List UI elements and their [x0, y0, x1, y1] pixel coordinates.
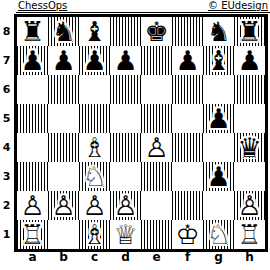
header: ChessOps © EUdesign — [16, 0, 270, 13]
square-c5[interactable] — [79, 104, 110, 133]
piece-glyph: ♟ — [172, 46, 203, 75]
square-f3[interactable] — [172, 162, 203, 191]
square-h1[interactable]: ♜♖ — [234, 220, 265, 249]
square-a4[interactable] — [17, 133, 48, 162]
black-pawn-f7[interactable]: ♟♟ — [172, 46, 203, 75]
chess-diagram: ChessOps © EUdesign ♜♜♞♞♝♝♚♚♞♞♜♜♟♟♟♟♟♟♟♟… — [0, 0, 270, 270]
square-c6[interactable] — [79, 75, 110, 104]
piece-glyph: ♙ — [48, 191, 79, 220]
rank-label-5: 5 — [0, 104, 13, 133]
piece-glyph: ♙ — [141, 133, 172, 162]
chess-board: ♜♜♞♞♝♝♚♚♞♞♜♜♟♟♟♟♟♟♟♟♟♟♝♝♟♟♟♟♝♗♟♙♛♛♞♘♟♟♟♙… — [14, 14, 268, 252]
square-b1[interactable] — [48, 220, 79, 249]
square-f8[interactable] — [172, 17, 203, 46]
piece-glyph: ♟ — [48, 46, 79, 75]
square-h8[interactable]: ♜♜ — [234, 17, 265, 46]
square-a3[interactable] — [17, 162, 48, 191]
rank-label-1: 1 — [0, 220, 13, 249]
piece-glyph: ♗ — [79, 133, 110, 162]
credit-link[interactable]: © EUdesign — [208, 0, 268, 11]
app-title-link[interactable]: ChessOps — [18, 0, 67, 11]
square-g6[interactable] — [203, 75, 234, 104]
piece-glyph: ♟ — [203, 104, 234, 133]
piece-glyph: ♝ — [203, 46, 234, 75]
white-knight-g1[interactable]: ♞♘ — [203, 220, 234, 249]
piece-glyph: ♙ — [110, 191, 141, 220]
square-e5[interactable] — [141, 104, 172, 133]
white-rook-a1[interactable]: ♜♖ — [17, 220, 48, 249]
black-pawn-g5[interactable]: ♟♟ — [203, 104, 234, 133]
square-h4[interactable]: ♛♛ — [234, 133, 265, 162]
black-pawn-d7[interactable]: ♟♟ — [110, 46, 141, 75]
square-f7[interactable]: ♟♟ — [172, 46, 203, 75]
black-king-e8[interactable]: ♚♚ — [141, 17, 172, 46]
square-c4[interactable]: ♝♗ — [79, 133, 110, 162]
piece-glyph: ♟ — [17, 46, 48, 75]
file-label-g: g — [203, 250, 234, 264]
black-queen-h4[interactable]: ♛♛ — [234, 133, 265, 162]
square-f6[interactable] — [172, 75, 203, 104]
square-d6[interactable] — [110, 75, 141, 104]
file-label-b: b — [48, 250, 79, 264]
white-pawn-c2[interactable]: ♟♙ — [79, 191, 110, 220]
black-rook-a8[interactable]: ♜♜ — [17, 17, 48, 46]
rank-label-3: 3 — [0, 162, 13, 191]
piece-glyph: ♗ — [79, 220, 110, 249]
file-label-h: h — [234, 250, 265, 264]
piece-glyph: ♙ — [234, 191, 265, 220]
white-bishop-c1[interactable]: ♝♗ — [79, 220, 110, 249]
white-pawn-b2[interactable]: ♟♙ — [48, 191, 79, 220]
square-f1[interactable]: ♚♔ — [172, 220, 203, 249]
square-h7[interactable]: ♟♟ — [234, 46, 265, 75]
white-bishop-c4[interactable]: ♝♗ — [79, 133, 110, 162]
file-label-c: c — [79, 250, 110, 264]
white-king-f1[interactable]: ♚♔ — [172, 220, 203, 249]
file-label-d: d — [110, 250, 141, 264]
square-b7[interactable]: ♟♟ — [48, 46, 79, 75]
square-f5[interactable] — [172, 104, 203, 133]
square-e6[interactable] — [141, 75, 172, 104]
piece-glyph: ♜ — [234, 17, 265, 46]
square-e7[interactable] — [141, 46, 172, 75]
square-d8[interactable] — [110, 17, 141, 46]
square-d3[interactable] — [110, 162, 141, 191]
piece-glyph: ♚ — [141, 17, 172, 46]
square-c2[interactable]: ♟♙ — [79, 191, 110, 220]
square-e2[interactable] — [141, 191, 172, 220]
black-knight-b8[interactable]: ♞♞ — [48, 17, 79, 46]
square-f2[interactable] — [172, 191, 203, 220]
square-b6[interactable] — [48, 75, 79, 104]
square-g1[interactable]: ♞♘ — [203, 220, 234, 249]
square-b8[interactable]: ♞♞ — [48, 17, 79, 46]
piece-glyph: ♟ — [203, 162, 234, 191]
file-label-e: e — [141, 250, 172, 264]
piece-glyph: ♕ — [110, 220, 141, 249]
black-pawn-a7[interactable]: ♟♟ — [17, 46, 48, 75]
square-a7[interactable]: ♟♟ — [17, 46, 48, 75]
rank-label-8: 8 — [0, 17, 13, 46]
square-g8[interactable]: ♞♞ — [203, 17, 234, 46]
black-pawn-h7[interactable]: ♟♟ — [234, 46, 265, 75]
piece-glyph: ♙ — [17, 191, 48, 220]
piece-glyph: ♙ — [79, 191, 110, 220]
square-h6[interactable] — [234, 75, 265, 104]
square-g5[interactable]: ♟♟ — [203, 104, 234, 133]
white-queen-d1[interactable]: ♛♕ — [110, 220, 141, 249]
piece-glyph: ♞ — [203, 17, 234, 46]
square-e8[interactable]: ♚♚ — [141, 17, 172, 46]
piece-glyph: ♖ — [234, 220, 265, 249]
square-b5[interactable] — [48, 104, 79, 133]
square-g3[interactable]: ♟♟ — [203, 162, 234, 191]
square-d1[interactable]: ♛♕ — [110, 220, 141, 249]
piece-glyph: ♛ — [234, 133, 265, 162]
file-label-f: f — [172, 250, 203, 264]
square-e1[interactable] — [141, 220, 172, 249]
rank-label-6: 6 — [0, 75, 13, 104]
square-b2[interactable]: ♟♙ — [48, 191, 79, 220]
black-pawn-b7[interactable]: ♟♟ — [48, 46, 79, 75]
square-a8[interactable]: ♜♜ — [17, 17, 48, 46]
square-c7[interactable]: ♟♟ — [79, 46, 110, 75]
square-d2[interactable]: ♟♙ — [110, 191, 141, 220]
square-e3[interactable] — [141, 162, 172, 191]
rank-label-7: 7 — [0, 46, 13, 75]
white-knight-c3[interactable]: ♞♘ — [79, 162, 110, 191]
square-a1[interactable]: ♜♖ — [17, 220, 48, 249]
square-g7[interactable]: ♝♝ — [203, 46, 234, 75]
square-c1[interactable]: ♝♗ — [79, 220, 110, 249]
square-g4[interactable] — [203, 133, 234, 162]
file-label-a: a — [17, 250, 48, 264]
square-d5[interactable] — [110, 104, 141, 133]
square-b4[interactable] — [48, 133, 79, 162]
rank-label-2: 2 — [0, 191, 13, 220]
black-pawn-g3[interactable]: ♟♟ — [203, 162, 234, 191]
square-d7[interactable]: ♟♟ — [110, 46, 141, 75]
black-bishop-c8[interactable]: ♝♝ — [79, 17, 110, 46]
white-pawn-h2[interactable]: ♟♙ — [234, 191, 265, 220]
black-pawn-c7[interactable]: ♟♟ — [79, 46, 110, 75]
square-a5[interactable] — [17, 104, 48, 133]
square-a6[interactable] — [17, 75, 48, 104]
piece-glyph: ♟ — [79, 46, 110, 75]
square-h2[interactable]: ♟♙ — [234, 191, 265, 220]
piece-glyph: ♔ — [172, 220, 203, 249]
black-bishop-g7[interactable]: ♝♝ — [203, 46, 234, 75]
square-b3[interactable] — [48, 162, 79, 191]
piece-glyph: ♜ — [17, 17, 48, 46]
square-a2[interactable]: ♟♙ — [17, 191, 48, 220]
square-c8[interactable]: ♝♝ — [79, 17, 110, 46]
white-pawn-e4[interactable]: ♟♙ — [141, 133, 172, 162]
white-pawn-a2[interactable]: ♟♙ — [17, 191, 48, 220]
piece-glyph: ♞ — [48, 17, 79, 46]
square-c3[interactable]: ♞♘ — [79, 162, 110, 191]
rank-label-4: 4 — [0, 133, 13, 162]
square-e4[interactable]: ♟♙ — [141, 133, 172, 162]
square-f4[interactable] — [172, 133, 203, 162]
piece-glyph: ♘ — [79, 162, 110, 191]
white-rook-h1[interactable]: ♜♖ — [234, 220, 265, 249]
piece-glyph: ♖ — [17, 220, 48, 249]
piece-glyph: ♟ — [110, 46, 141, 75]
square-d4[interactable] — [110, 133, 141, 162]
square-g2[interactable] — [203, 191, 234, 220]
piece-glyph: ♝ — [79, 17, 110, 46]
piece-glyph: ♟ — [234, 46, 265, 75]
square-h3[interactable] — [234, 162, 265, 191]
black-rook-h8[interactable]: ♜♜ — [234, 17, 265, 46]
black-knight-g8[interactable]: ♞♞ — [203, 17, 234, 46]
piece-glyph: ♘ — [203, 220, 234, 249]
square-h5[interactable] — [234, 104, 265, 133]
white-pawn-d2[interactable]: ♟♙ — [110, 191, 141, 220]
